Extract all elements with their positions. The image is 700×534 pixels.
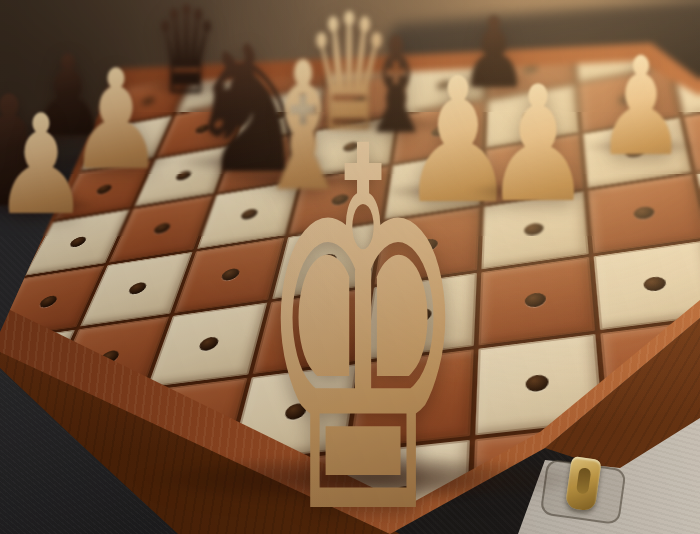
white-pawn-glyph-icon: ♟ [0, 97, 89, 235]
white-pawn[interactable]: ♟ [0, 103, 93, 207]
white-pawn[interactable]: ♟ [590, 46, 692, 148]
white-pawn-glyph-icon: ♟ [595, 39, 686, 175]
pieces-layer: ♟♟♟♟♛♞♝♛♝♟♟♟♟♚ [0, 0, 700, 534]
white-king[interactable]: ♚ [175, 108, 551, 484]
white-king-glyph-icon: ♚ [258, 84, 469, 534]
chess-photo-scene: ♟♟♟♟♛♞♝♛♝♟♟♟♟♚ [0, 0, 700, 534]
